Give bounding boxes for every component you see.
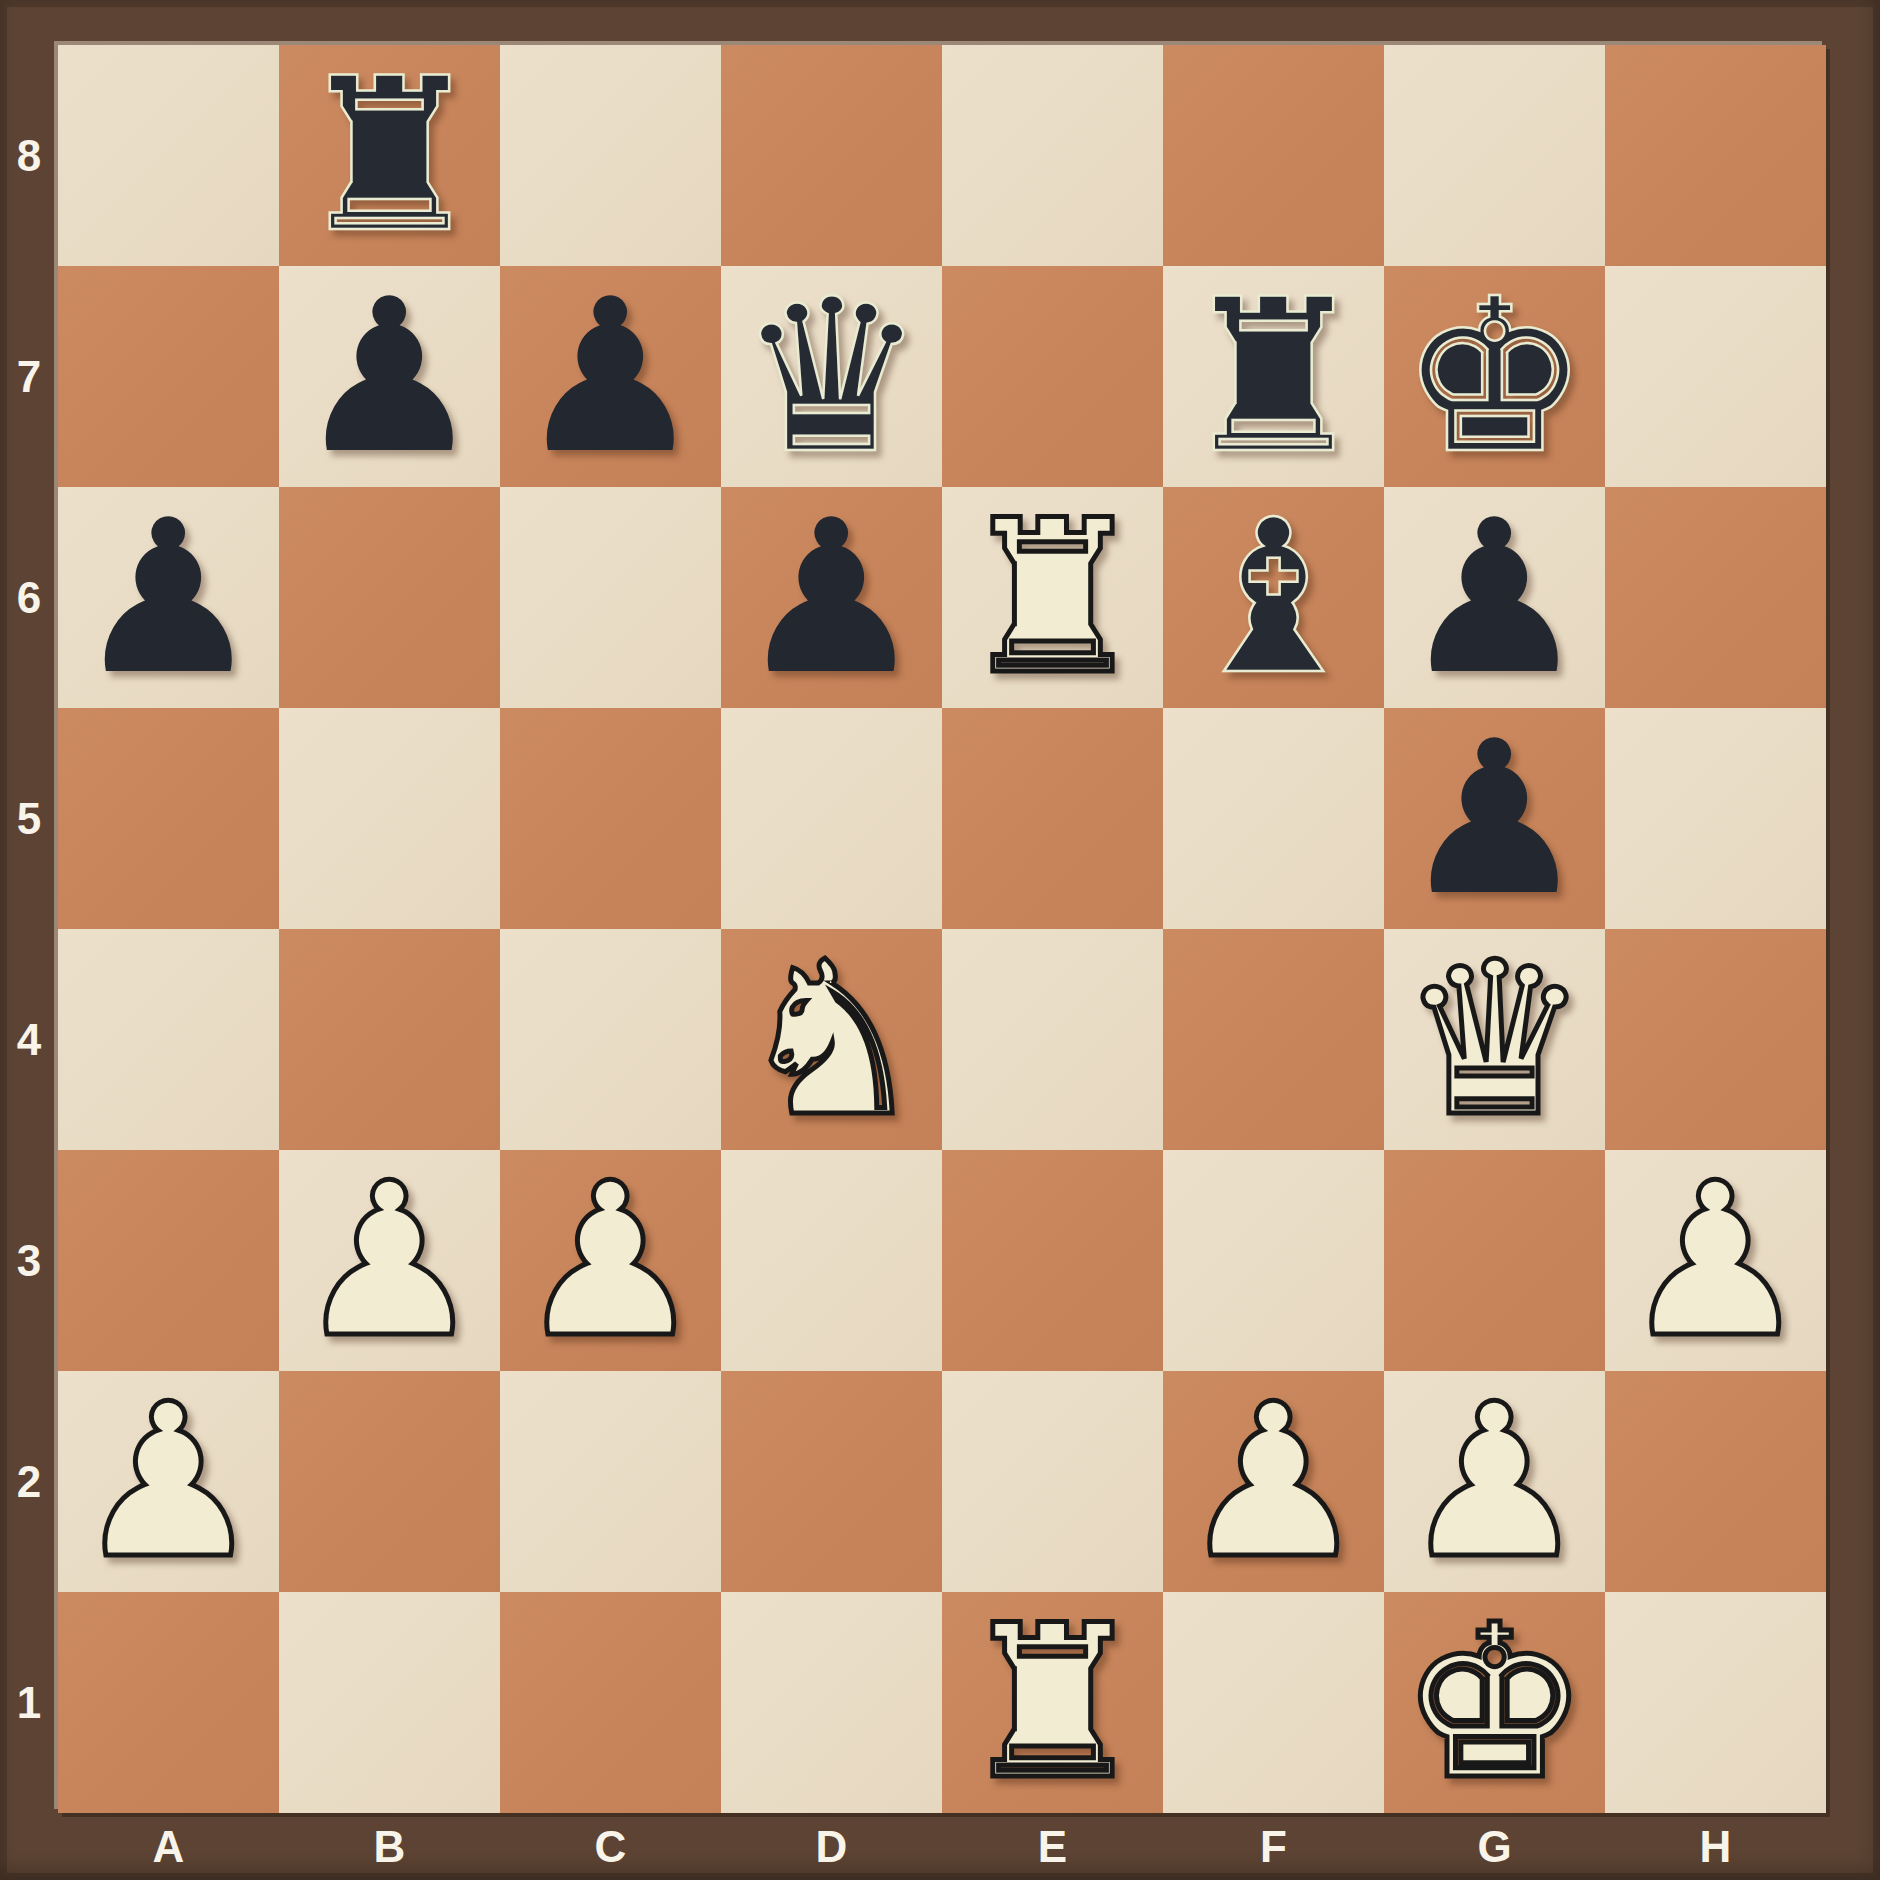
square-e8[interactable]	[942, 45, 1163, 266]
square-d1[interactable]	[721, 1592, 942, 1813]
square-d4[interactable]: ♞	[721, 929, 942, 1150]
square-h8[interactable]	[1605, 45, 1826, 266]
square-e2[interactable]	[942, 1371, 1163, 1592]
square-e6[interactable]: ♜	[942, 487, 1163, 708]
square-d8[interactable]	[721, 45, 942, 266]
white-pawn-c3[interactable]: ♟	[515, 1150, 705, 1371]
black-pawn-c7[interactable]: ♟	[515, 266, 705, 487]
square-h4[interactable]	[1605, 929, 1826, 1150]
file-label-e: E	[942, 1813, 1163, 1880]
square-h7[interactable]	[1605, 266, 1826, 487]
square-f7[interactable]: ♜	[1163, 266, 1384, 487]
square-h2[interactable]	[1605, 1371, 1826, 1592]
white-knight-d4[interactable]: ♞	[736, 929, 926, 1150]
square-d3[interactable]	[721, 1150, 942, 1371]
black-king-g7[interactable]: ♚	[1399, 266, 1589, 487]
rank-label-8: 8	[0, 45, 58, 266]
chessboard-screenshot: ♜♟♟♛♜♚♟♟♜♝♟♟♞♛♟♟♟♟♟♟♜♚ 87654321ABCDEFGH	[0, 0, 1880, 1880]
square-f3[interactable]	[1163, 1150, 1384, 1371]
file-label-a: A	[58, 1813, 279, 1880]
white-rook-e1[interactable]: ♜	[957, 1592, 1147, 1813]
rank-label-7: 7	[0, 266, 58, 487]
square-c7[interactable]: ♟	[500, 266, 721, 487]
rank-label-3: 3	[0, 1150, 58, 1371]
square-g1[interactable]: ♚	[1384, 1592, 1605, 1813]
rank-label-6: 6	[0, 487, 58, 708]
file-label-d: D	[721, 1813, 942, 1880]
white-pawn-a2[interactable]: ♟	[73, 1371, 263, 1592]
white-king-g1[interactable]: ♚	[1399, 1592, 1589, 1813]
square-e7[interactable]	[942, 266, 1163, 487]
square-e1[interactable]: ♜	[942, 1592, 1163, 1813]
square-g2[interactable]: ♟	[1384, 1371, 1605, 1592]
square-h1[interactable]	[1605, 1592, 1826, 1813]
square-c8[interactable]	[500, 45, 721, 266]
square-d7[interactable]: ♛	[721, 266, 942, 487]
square-a8[interactable]	[58, 45, 279, 266]
file-label-f: F	[1163, 1813, 1384, 1880]
rank-label-2: 2	[0, 1371, 58, 1592]
square-g5[interactable]: ♟	[1384, 708, 1605, 929]
square-c2[interactable]	[500, 1371, 721, 1592]
square-b8[interactable]: ♜	[279, 45, 500, 266]
file-label-c: C	[500, 1813, 721, 1880]
square-b6[interactable]	[279, 487, 500, 708]
square-d6[interactable]: ♟	[721, 487, 942, 708]
square-b3[interactable]: ♟	[279, 1150, 500, 1371]
square-f5[interactable]	[1163, 708, 1384, 929]
square-a4[interactable]	[58, 929, 279, 1150]
square-f4[interactable]	[1163, 929, 1384, 1150]
square-a3[interactable]	[58, 1150, 279, 1371]
white-queen-g4[interactable]: ♛	[1399, 929, 1589, 1150]
square-b5[interactable]	[279, 708, 500, 929]
white-rook-e6[interactable]: ♜	[957, 487, 1147, 708]
square-c1[interactable]	[500, 1592, 721, 1813]
file-label-g: G	[1384, 1813, 1605, 1880]
black-rook-b8[interactable]: ♜	[294, 45, 484, 266]
black-pawn-g6[interactable]: ♟	[1399, 487, 1589, 708]
square-e4[interactable]	[942, 929, 1163, 1150]
square-a6[interactable]: ♟	[58, 487, 279, 708]
black-pawn-g5[interactable]: ♟	[1399, 708, 1589, 929]
white-pawn-g2[interactable]: ♟	[1399, 1371, 1589, 1592]
square-e3[interactable]	[942, 1150, 1163, 1371]
square-f1[interactable]	[1163, 1592, 1384, 1813]
square-b4[interactable]	[279, 929, 500, 1150]
square-g8[interactable]	[1384, 45, 1605, 266]
rank-label-1: 1	[0, 1592, 58, 1813]
square-g7[interactable]: ♚	[1384, 266, 1605, 487]
chess-board: ♜♟♟♛♜♚♟♟♜♝♟♟♞♛♟♟♟♟♟♟♜♚	[58, 45, 1826, 1813]
black-pawn-a6[interactable]: ♟	[73, 487, 263, 708]
square-c3[interactable]: ♟	[500, 1150, 721, 1371]
white-pawn-h3[interactable]: ♟	[1620, 1150, 1810, 1371]
square-d2[interactable]	[721, 1371, 942, 1592]
square-d5[interactable]	[721, 708, 942, 929]
square-g6[interactable]: ♟	[1384, 487, 1605, 708]
square-a1[interactable]	[58, 1592, 279, 1813]
black-rook-f7[interactable]: ♜	[1178, 266, 1368, 487]
square-b2[interactable]	[279, 1371, 500, 1592]
square-f2[interactable]: ♟	[1163, 1371, 1384, 1592]
square-h3[interactable]: ♟	[1605, 1150, 1826, 1371]
square-f8[interactable]	[1163, 45, 1384, 266]
square-c4[interactable]	[500, 929, 721, 1150]
square-b1[interactable]	[279, 1592, 500, 1813]
square-h6[interactable]	[1605, 487, 1826, 708]
black-queen-d7[interactable]: ♛	[736, 266, 926, 487]
rank-label-4: 4	[0, 929, 58, 1150]
white-pawn-f2[interactable]: ♟	[1178, 1371, 1368, 1592]
square-b7[interactable]: ♟	[279, 266, 500, 487]
square-f6[interactable]: ♝	[1163, 487, 1384, 708]
black-bishop-f6[interactable]: ♝	[1178, 487, 1368, 708]
black-pawn-b7[interactable]: ♟	[294, 266, 484, 487]
square-c5[interactable]	[500, 708, 721, 929]
rank-label-5: 5	[0, 708, 58, 929]
square-a5[interactable]	[58, 708, 279, 929]
square-g4[interactable]: ♛	[1384, 929, 1605, 1150]
square-c6[interactable]	[500, 487, 721, 708]
square-e5[interactable]	[942, 708, 1163, 929]
file-label-h: H	[1605, 1813, 1826, 1880]
white-pawn-b3[interactable]: ♟	[294, 1150, 484, 1371]
file-label-b: B	[279, 1813, 500, 1880]
square-a7[interactable]	[58, 266, 279, 487]
square-a2[interactable]: ♟	[58, 1371, 279, 1592]
square-h5[interactable]	[1605, 708, 1826, 929]
square-g3[interactable]	[1384, 1150, 1605, 1371]
black-pawn-d6[interactable]: ♟	[736, 487, 926, 708]
